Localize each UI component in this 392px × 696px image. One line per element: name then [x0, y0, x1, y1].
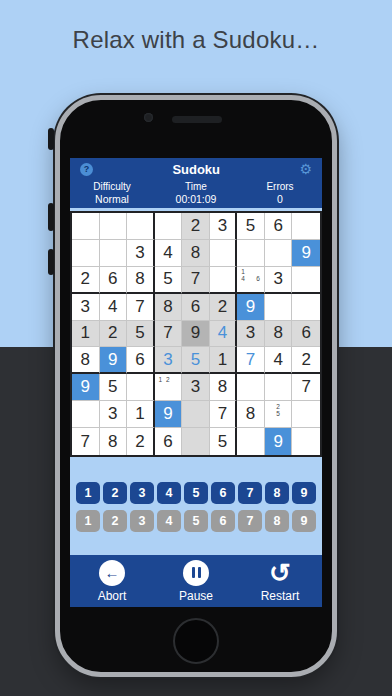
cell-r5c2[interactable]: 2 — [100, 321, 128, 348]
numpad-primary-9[interactable]: 9 — [292, 482, 316, 504]
cell-r5c6[interactable]: 4 — [210, 321, 238, 348]
numpad-primary-8[interactable]: 8 — [265, 482, 289, 504]
numpad-primary-3[interactable]: 3 — [130, 482, 154, 504]
cell-r4c2[interactable]: 4 — [100, 294, 128, 321]
numpad-primary-6[interactable]: 6 — [211, 482, 235, 504]
cell-r7c6[interactable]: 8 — [210, 374, 238, 401]
cell-r7c9[interactable]: 7 — [292, 374, 320, 401]
cell-r5c5[interactable]: 9 — [182, 321, 210, 348]
cell-r9c3[interactable]: 2 — [127, 428, 155, 455]
stat-value: Normal — [95, 193, 129, 205]
cell-r9c4[interactable]: 6 — [155, 428, 183, 455]
cell-r4c7[interactable]: 9 — [237, 294, 265, 321]
bottom-toolbar: ← Abort Pause ↺ Restart — [70, 555, 322, 607]
volume-down-button — [48, 249, 54, 275]
cell-r1c9[interactable] — [292, 213, 320, 240]
numpad-zone: 123456789 123456789 — [70, 457, 322, 555]
cell-r1c6[interactable]: 3 — [210, 213, 238, 240]
cell-r9c7[interactable] — [237, 428, 265, 455]
sudoku-grid: 2356348926857146334786291257943868963517… — [70, 211, 322, 457]
cell-r3c1[interactable]: 2 — [72, 267, 100, 294]
cell-r7c7[interactable] — [237, 374, 265, 401]
cell-r8c1[interactable] — [72, 401, 100, 428]
stat-time: Time 00:01:09 — [154, 180, 238, 206]
cell-r2c9[interactable]: 9 — [292, 240, 320, 267]
cell-r3c7[interactable]: 146 — [237, 267, 265, 294]
cell-r2c7[interactable] — [237, 240, 265, 267]
app-header: ? Sudoku ⚙ — [70, 158, 322, 180]
volume-up-button — [48, 203, 54, 231]
info-bar: Difficulty Normal Time 00:01:09 Errors 0 — [70, 180, 322, 208]
stat-value: 00:01:09 — [176, 193, 217, 205]
cell-r1c4[interactable] — [155, 213, 183, 240]
cell-r4c5[interactable]: 6 — [182, 294, 210, 321]
home-button[interactable] — [173, 618, 219, 664]
cell-r6c8[interactable]: 4 — [265, 347, 293, 374]
numpad-primary-5[interactable]: 5 — [184, 482, 208, 504]
cell-r5c8[interactable]: 8 — [265, 321, 293, 348]
numpad-secondary-7[interactable]: 7 — [238, 510, 262, 532]
stat-label: Difficulty — [93, 181, 131, 193]
numpad-primary-7[interactable]: 7 — [238, 482, 262, 504]
cell-r2c3[interactable]: 3 — [127, 240, 155, 267]
cell-r2c5[interactable]: 8 — [182, 240, 210, 267]
restart-icon: ↺ — [269, 560, 291, 586]
cell-r4c3[interactable]: 7 — [127, 294, 155, 321]
cell-r6c7[interactable]: 7 — [237, 347, 265, 374]
numpad-secondary-5[interactable]: 5 — [184, 510, 208, 532]
stat-difficulty: Difficulty Normal — [70, 180, 154, 206]
cell-r7c4[interactable]: 12 — [155, 374, 183, 401]
app-title: Sudoku — [172, 162, 220, 177]
cell-r1c5[interactable]: 2 — [182, 213, 210, 240]
cell-r6c5[interactable]: 5 — [182, 347, 210, 374]
cell-r5c7[interactable]: 3 — [237, 321, 265, 348]
cell-r3c2[interactable]: 6 — [100, 267, 128, 294]
cell-r9c5[interactable] — [182, 428, 210, 455]
phone-mockup: ? Sudoku ⚙ Difficulty Normal Time 00:01:… — [55, 95, 337, 677]
cell-r4c6[interactable]: 2 — [210, 294, 238, 321]
numpad-primary-2[interactable]: 2 — [103, 482, 127, 504]
cell-r7c2[interactable]: 5 — [100, 374, 128, 401]
cell-r3c9[interactable] — [292, 267, 320, 294]
numpad-primary-1[interactable]: 1 — [76, 482, 100, 504]
cell-r8c5[interactable] — [182, 401, 210, 428]
restart-button[interactable]: ↺ Restart — [238, 555, 322, 607]
cell-r5c9[interactable]: 6 — [292, 321, 320, 348]
cell-r8c2[interactable]: 3 — [100, 401, 128, 428]
cell-r8c4[interactable]: 9 — [155, 401, 183, 428]
cell-r3c6[interactable] — [210, 267, 238, 294]
numpad-secondary: 123456789 — [70, 510, 322, 532]
cell-r2c2[interactable] — [100, 240, 128, 267]
cell-r3c3[interactable]: 8 — [127, 267, 155, 294]
cell-r7c5[interactable]: 3 — [182, 374, 210, 401]
abort-button[interactable]: ← Abort — [70, 555, 154, 607]
cell-r9c2[interactable]: 8 — [100, 428, 128, 455]
pause-icon — [183, 560, 209, 586]
numpad-secondary-3[interactable]: 3 — [130, 510, 154, 532]
pencil-notes: 146 — [237, 267, 264, 292]
cell-r2c6[interactable] — [210, 240, 238, 267]
stat-label: Time — [185, 181, 207, 193]
pencil-notes: 12 — [155, 374, 182, 400]
pause-button[interactable]: Pause — [154, 555, 238, 607]
cell-r1c8[interactable]: 6 — [265, 213, 293, 240]
cell-r6c3[interactable]: 6 — [127, 347, 155, 374]
cell-r1c1[interactable] — [72, 213, 100, 240]
cell-r8c9[interactable] — [292, 401, 320, 428]
cell-r1c7[interactable]: 5 — [237, 213, 265, 240]
numpad-secondary-9[interactable]: 9 — [292, 510, 316, 532]
cell-r7c8[interactable] — [265, 374, 293, 401]
cell-r9c1[interactable]: 7 — [72, 428, 100, 455]
cell-r6c6[interactable]: 1 — [210, 347, 238, 374]
numpad-secondary-8[interactable]: 8 — [265, 510, 289, 532]
pencil-notes: 25 — [265, 401, 292, 427]
page-title: Relax with a Sudoku… — [0, 26, 392, 54]
cell-r4c1[interactable]: 3 — [72, 294, 100, 321]
cell-r2c4[interactable]: 4 — [155, 240, 183, 267]
cell-r6c9[interactable]: 2 — [292, 347, 320, 374]
abort-label: Abort — [98, 589, 127, 603]
cell-r1c2[interactable] — [100, 213, 128, 240]
cell-r6c4[interactable]: 3 — [155, 347, 183, 374]
stat-errors: Errors 0 — [238, 180, 322, 206]
restart-label: Restart — [261, 589, 300, 603]
cell-r8c3[interactable]: 1 — [127, 401, 155, 428]
cell-r1c3[interactable] — [127, 213, 155, 240]
app-screen: ? Sudoku ⚙ Difficulty Normal Time 00:01:… — [70, 158, 322, 607]
numpad-secondary-4[interactable]: 4 — [157, 510, 181, 532]
cell-r4c8[interactable] — [265, 294, 293, 321]
cell-r8c7[interactable]: 8 — [237, 401, 265, 428]
cell-r9c6[interactable]: 5 — [210, 428, 238, 455]
cell-r3c5[interactable]: 7 — [182, 267, 210, 294]
camera-dot — [144, 113, 153, 122]
numpad-primary-4[interactable]: 4 — [157, 482, 181, 504]
cell-r8c6[interactable]: 7 — [210, 401, 238, 428]
cell-r8c8[interactable]: 25 — [265, 401, 293, 428]
cell-r6c1[interactable]: 8 — [72, 347, 100, 374]
cell-r5c4[interactable]: 7 — [155, 321, 183, 348]
stat-value: 0 — [277, 193, 283, 205]
cell-r5c1[interactable]: 1 — [72, 321, 100, 348]
speaker-slot — [172, 116, 222, 123]
numpad-secondary-6[interactable]: 6 — [211, 510, 235, 532]
help-icon[interactable]: ? — [80, 163, 93, 176]
cell-r4c9[interactable] — [292, 294, 320, 321]
settings-gear-icon[interactable]: ⚙ — [299, 162, 312, 176]
numpad-secondary-2[interactable]: 2 — [103, 510, 127, 532]
cell-r4c4[interactable]: 8 — [155, 294, 183, 321]
cell-r3c8[interactable]: 3 — [265, 267, 293, 294]
cell-r3c4[interactable]: 5 — [155, 267, 183, 294]
cell-r9c8[interactable]: 9 — [265, 428, 293, 455]
numpad-primary: 123456789 — [70, 482, 322, 504]
cell-r7c1[interactable]: 9 — [72, 374, 100, 401]
mute-switch — [48, 128, 54, 150]
pause-label: Pause — [179, 589, 213, 603]
cell-r2c1[interactable] — [72, 240, 100, 267]
cell-r9c9[interactable] — [292, 428, 320, 455]
cell-r6c2[interactable]: 9 — [100, 347, 128, 374]
cell-r5c3[interactable]: 5 — [127, 321, 155, 348]
numpad-secondary-1[interactable]: 1 — [76, 510, 100, 532]
cell-r2c8[interactable] — [265, 240, 293, 267]
cell-r7c3[interactable] — [127, 374, 155, 401]
abort-icon: ← — [99, 560, 125, 586]
stat-label: Errors — [266, 181, 293, 193]
